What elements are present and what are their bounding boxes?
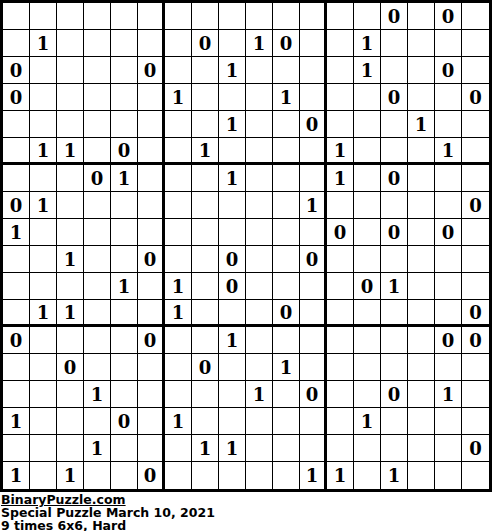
- cell-r2c3[interactable]: [57, 30, 84, 57]
- cell-r13c13[interactable]: [327, 327, 354, 354]
- cell-r11c11[interactable]: [273, 273, 300, 300]
- cell-r10c5[interactable]: [111, 246, 138, 273]
- cell-r12c4[interactable]: [84, 300, 111, 327]
- cell-r16c8[interactable]: [192, 408, 219, 435]
- cell-r4c8[interactable]: [192, 84, 219, 111]
- cell-r7c16[interactable]: [408, 165, 435, 192]
- cell-r2c15[interactable]: [381, 30, 408, 57]
- cell-r4c9[interactable]: [219, 84, 246, 111]
- cell-r5c13[interactable]: [327, 111, 354, 138]
- cell-r16c10[interactable]: [246, 408, 273, 435]
- cell-r18c8[interactable]: [192, 462, 219, 489]
- cell-r5c2[interactable]: [30, 111, 57, 138]
- cell-r16c7: 1: [165, 408, 192, 435]
- cell-r4c5[interactable]: [111, 84, 138, 111]
- cell-r3c12[interactable]: [300, 57, 327, 84]
- cell-r15c13[interactable]: [327, 381, 354, 408]
- cell-r12c15[interactable]: [381, 300, 408, 327]
- cell-r14c5[interactable]: [111, 354, 138, 381]
- cell-r7c6[interactable]: [138, 165, 165, 192]
- cell-r14c7[interactable]: [165, 354, 192, 381]
- cell-r18c12: 1: [300, 462, 327, 489]
- cell-r10c8[interactable]: [192, 246, 219, 273]
- cell-r3c3[interactable]: [57, 57, 84, 84]
- cell-r16c14: 1: [354, 408, 381, 435]
- cell-r9c15: 0: [381, 219, 408, 246]
- cell-r17c8: 1: [192, 435, 219, 462]
- cell-r5c1[interactable]: [3, 111, 30, 138]
- puzzle-board: 0010101001100110010111011101110011010001…: [0, 0, 492, 492]
- cell-r16c13[interactable]: [327, 408, 354, 435]
- cell-r5c18[interactable]: [462, 111, 489, 138]
- cell-r18c7[interactable]: [165, 462, 192, 489]
- cell-r3c2[interactable]: [30, 57, 57, 84]
- cell-r15c18[interactable]: [462, 381, 489, 408]
- cell-r17c1[interactable]: [3, 435, 30, 462]
- cell-r5c4[interactable]: [84, 111, 111, 138]
- cell-r15c6[interactable]: [138, 381, 165, 408]
- cell-r18c9[interactable]: [219, 462, 246, 489]
- cell-r7c10[interactable]: [246, 165, 273, 192]
- cell-r2c2: 1: [30, 30, 57, 57]
- cell-r14c18[interactable]: [462, 354, 489, 381]
- cell-r11c15: 1: [381, 273, 408, 300]
- cell-r5c8[interactable]: [192, 111, 219, 138]
- cell-r1c4[interactable]: [84, 3, 111, 30]
- cell-r10c2[interactable]: [30, 246, 57, 273]
- cell-r15c5[interactable]: [111, 381, 138, 408]
- cell-r1c8[interactable]: [192, 3, 219, 30]
- cell-r16c9[interactable]: [219, 408, 246, 435]
- cell-r3c13[interactable]: [327, 57, 354, 84]
- footer: BinaryPuzzle.com Special Puzzle March 10…: [0, 492, 493, 531]
- cell-r15c14[interactable]: [354, 381, 381, 408]
- cell-r1c13[interactable]: [327, 3, 354, 30]
- cell-r1c5[interactable]: [111, 3, 138, 30]
- cell-r5c14[interactable]: [354, 111, 381, 138]
- cell-r7c7[interactable]: [165, 165, 192, 192]
- cell-r8c3[interactable]: [57, 192, 84, 219]
- cell-r4c12[interactable]: [300, 84, 327, 111]
- cell-r12c6[interactable]: [138, 300, 165, 327]
- cell-r12c8[interactable]: [192, 300, 219, 327]
- cell-r1c18[interactable]: [462, 3, 489, 30]
- cell-r7c1[interactable]: [3, 165, 30, 192]
- cell-r9c6[interactable]: [138, 219, 165, 246]
- cell-r9c9[interactable]: [219, 219, 246, 246]
- cell-r10c4[interactable]: [84, 246, 111, 273]
- cell-r17c3[interactable]: [57, 435, 84, 462]
- cell-r14c12[interactable]: [300, 354, 327, 381]
- cell-r18c11[interactable]: [273, 462, 300, 489]
- cell-r9c3[interactable]: [57, 219, 84, 246]
- cell-r2c1[interactable]: [3, 30, 30, 57]
- cell-r2c5[interactable]: [111, 30, 138, 57]
- cell-r14c9[interactable]: [219, 354, 246, 381]
- cell-r11c6[interactable]: [138, 273, 165, 300]
- cell-r9c18[interactable]: [462, 219, 489, 246]
- cell-r14c6[interactable]: [138, 354, 165, 381]
- cell-r6c15[interactable]: [381, 138, 408, 165]
- cell-r10c14[interactable]: [354, 246, 381, 273]
- cell-r3c10[interactable]: [246, 57, 273, 84]
- cell-r15c4: 1: [84, 381, 111, 408]
- cell-r9c7[interactable]: [165, 219, 192, 246]
- cell-r17c6[interactable]: [138, 435, 165, 462]
- cell-r1c2[interactable]: [30, 3, 57, 30]
- cell-r14c17[interactable]: [435, 354, 462, 381]
- cell-r4c11: 1: [273, 84, 300, 111]
- cell-r11c18[interactable]: [462, 273, 489, 300]
- cell-r13c8[interactable]: [192, 327, 219, 354]
- cell-r10c1[interactable]: [3, 246, 30, 273]
- cell-r18c4[interactable]: [84, 462, 111, 489]
- cell-r5c3[interactable]: [57, 111, 84, 138]
- cell-r13c17: 0: [435, 327, 462, 354]
- cell-r13c14[interactable]: [354, 327, 381, 354]
- cell-r8c6[interactable]: [138, 192, 165, 219]
- cell-r8c16[interactable]: [408, 192, 435, 219]
- cell-r14c13[interactable]: [327, 354, 354, 381]
- cell-r6c12[interactable]: [300, 138, 327, 165]
- cell-r4c13[interactable]: [327, 84, 354, 111]
- cell-r8c11[interactable]: [273, 192, 300, 219]
- cell-r3c5[interactable]: [111, 57, 138, 84]
- cell-r3c11[interactable]: [273, 57, 300, 84]
- cell-r1c1[interactable]: [3, 3, 30, 30]
- cell-r18c14[interactable]: [354, 462, 381, 489]
- cell-r15c2[interactable]: [30, 381, 57, 408]
- cell-r10c10[interactable]: [246, 246, 273, 273]
- cell-r11c3[interactable]: [57, 273, 84, 300]
- cell-r15c7[interactable]: [165, 381, 192, 408]
- cell-r17c11[interactable]: [273, 435, 300, 462]
- cell-r16c1: 1: [3, 408, 30, 435]
- cell-r3c16[interactable]: [408, 57, 435, 84]
- cell-r3c15[interactable]: [381, 57, 408, 84]
- cell-r13c3[interactable]: [57, 327, 84, 354]
- cell-r16c18[interactable]: [462, 408, 489, 435]
- cell-r12c3: 1: [57, 300, 84, 327]
- cell-r5c16: 1: [408, 111, 435, 138]
- cell-r9c10[interactable]: [246, 219, 273, 246]
- cell-r6c13: 1: [327, 138, 354, 165]
- cell-r10c12: 0: [300, 246, 327, 273]
- cell-r17c16[interactable]: [408, 435, 435, 462]
- cell-r16c16[interactable]: [408, 408, 435, 435]
- cell-r15c10: 1: [246, 381, 273, 408]
- cell-r5c7[interactable]: [165, 111, 192, 138]
- cell-r3c4[interactable]: [84, 57, 111, 84]
- cell-r4c10[interactable]: [246, 84, 273, 111]
- cell-r7c2[interactable]: [30, 165, 57, 192]
- cell-r14c15[interactable]: [381, 354, 408, 381]
- cell-r16c6[interactable]: [138, 408, 165, 435]
- cell-r2c10: 1: [246, 30, 273, 57]
- cell-r17c9: 1: [219, 435, 246, 462]
- cell-r11c9: 0: [219, 273, 246, 300]
- cell-r10c13[interactable]: [327, 246, 354, 273]
- cell-r3c18[interactable]: [462, 57, 489, 84]
- cell-r10c9: 0: [219, 246, 246, 273]
- cell-r1c12[interactable]: [300, 3, 327, 30]
- cell-r9c8[interactable]: [192, 219, 219, 246]
- cell-r8c2: 1: [30, 192, 57, 219]
- cell-r1c3[interactable]: [57, 3, 84, 30]
- cell-r17c15[interactable]: [381, 435, 408, 462]
- cell-r1c9[interactable]: [219, 3, 246, 30]
- cell-r18c18[interactable]: [462, 462, 489, 489]
- cell-r6c7[interactable]: [165, 138, 192, 165]
- cell-r17c4: 1: [84, 435, 111, 462]
- cell-r1c15: 0: [381, 3, 408, 30]
- cell-r7c18[interactable]: [462, 165, 489, 192]
- cell-r3c17: 0: [435, 57, 462, 84]
- cell-r14c16[interactable]: [408, 354, 435, 381]
- cell-r2c12[interactable]: [300, 30, 327, 57]
- cell-r2c11: 0: [273, 30, 300, 57]
- cell-r18c17[interactable]: [435, 462, 462, 489]
- cell-r2c4[interactable]: [84, 30, 111, 57]
- cell-r18c2[interactable]: [30, 462, 57, 489]
- cell-r4c14[interactable]: [354, 84, 381, 111]
- cell-r7c3[interactable]: [57, 165, 84, 192]
- cell-r4c3[interactable]: [57, 84, 84, 111]
- cell-r18c10[interactable]: [246, 462, 273, 489]
- cell-r8c4[interactable]: [84, 192, 111, 219]
- cell-r3c14: 1: [354, 57, 381, 84]
- cell-r15c8[interactable]: [192, 381, 219, 408]
- cell-r13c15[interactable]: [381, 327, 408, 354]
- cell-r16c5: 0: [111, 408, 138, 435]
- cell-r6c11[interactable]: [273, 138, 300, 165]
- cell-r8c8[interactable]: [192, 192, 219, 219]
- cell-r1c11[interactable]: [273, 3, 300, 30]
- cell-r16c4[interactable]: [84, 408, 111, 435]
- cell-r12c1[interactable]: [3, 300, 30, 327]
- cell-r11c8[interactable]: [192, 273, 219, 300]
- cell-r4c15: 0: [381, 84, 408, 111]
- cell-r14c14[interactable]: [354, 354, 381, 381]
- cell-r16c2[interactable]: [30, 408, 57, 435]
- cell-r6c4[interactable]: [84, 138, 111, 165]
- cell-r17c10[interactable]: [246, 435, 273, 462]
- cell-r6c9[interactable]: [219, 138, 246, 165]
- cell-r6c10[interactable]: [246, 138, 273, 165]
- cell-r2c14: 1: [354, 30, 381, 57]
- cell-r14c8: 0: [192, 354, 219, 381]
- cell-r11c12[interactable]: [300, 273, 327, 300]
- cell-r16c3[interactable]: [57, 408, 84, 435]
- cell-r12c14[interactable]: [354, 300, 381, 327]
- cell-r7c14[interactable]: [354, 165, 381, 192]
- cell-r15c1[interactable]: [3, 381, 30, 408]
- cell-r11c13[interactable]: [327, 273, 354, 300]
- cell-r11c1[interactable]: [3, 273, 30, 300]
- cell-r5c9: 1: [219, 111, 246, 138]
- cell-r7c4: 0: [84, 165, 111, 192]
- puzzle-subtitle: 9 times 6x6, Hard: [1, 519, 493, 531]
- cell-r7c12[interactable]: [300, 165, 327, 192]
- cell-r2c7[interactable]: [165, 30, 192, 57]
- cell-r4c16[interactable]: [408, 84, 435, 111]
- cell-r10c17[interactable]: [435, 246, 462, 273]
- cell-r11c16[interactable]: [408, 273, 435, 300]
- cell-r10c15[interactable]: [381, 246, 408, 273]
- cell-r15c16[interactable]: [408, 381, 435, 408]
- cell-r2c6[interactable]: [138, 30, 165, 57]
- cell-r10c11[interactable]: [273, 246, 300, 273]
- cell-r6c14[interactable]: [354, 138, 381, 165]
- cell-r2c16[interactable]: [408, 30, 435, 57]
- cell-r14c11: 1: [273, 354, 300, 381]
- cell-r7c5: 1: [111, 165, 138, 192]
- cell-r6c2: 1: [30, 138, 57, 165]
- cell-r1c16[interactable]: [408, 3, 435, 30]
- cell-r13c5[interactable]: [111, 327, 138, 354]
- cell-r18c16[interactable]: [408, 462, 435, 489]
- cell-r5c15[interactable]: [381, 111, 408, 138]
- cell-r7c8[interactable]: [192, 165, 219, 192]
- cell-r13c2[interactable]: [30, 327, 57, 354]
- cell-r14c1[interactable]: [3, 354, 30, 381]
- cell-r12c16[interactable]: [408, 300, 435, 327]
- cell-r8c14[interactable]: [354, 192, 381, 219]
- cell-r1c6[interactable]: [138, 3, 165, 30]
- cell-r1c10[interactable]: [246, 3, 273, 30]
- cell-r13c11[interactable]: [273, 327, 300, 354]
- cell-r12c13[interactable]: [327, 300, 354, 327]
- cell-r9c14[interactable]: [354, 219, 381, 246]
- cell-r4c2[interactable]: [30, 84, 57, 111]
- cell-r13c6: 0: [138, 327, 165, 354]
- cell-r8c9[interactable]: [219, 192, 246, 219]
- cell-r17c7[interactable]: [165, 435, 192, 462]
- cell-r6c3: 1: [57, 138, 84, 165]
- cell-r9c4[interactable]: [84, 219, 111, 246]
- cell-r12c9[interactable]: [219, 300, 246, 327]
- cell-r9c11[interactable]: [273, 219, 300, 246]
- cell-r2c18[interactable]: [462, 30, 489, 57]
- cell-r9c12[interactable]: [300, 219, 327, 246]
- cell-r5c17[interactable]: [435, 111, 462, 138]
- cell-r6c6[interactable]: [138, 138, 165, 165]
- cell-r7c11[interactable]: [273, 165, 300, 192]
- cell-r16c11[interactable]: [273, 408, 300, 435]
- cell-r1c17: 0: [435, 3, 462, 30]
- cell-r4c4[interactable]: [84, 84, 111, 111]
- cell-r5c11[interactable]: [273, 111, 300, 138]
- cell-r9c5[interactable]: [111, 219, 138, 246]
- cell-r18c5[interactable]: [111, 462, 138, 489]
- cell-r14c2[interactable]: [30, 354, 57, 381]
- cell-r8c13[interactable]: [327, 192, 354, 219]
- cell-r8c5[interactable]: [111, 192, 138, 219]
- cell-r4c17[interactable]: [435, 84, 462, 111]
- cell-r12c10[interactable]: [246, 300, 273, 327]
- cell-r15c9[interactable]: [219, 381, 246, 408]
- cell-r7c17[interactable]: [435, 165, 462, 192]
- cell-r3c9: 1: [219, 57, 246, 84]
- cell-r1c7[interactable]: [165, 3, 192, 30]
- cell-r11c17[interactable]: [435, 273, 462, 300]
- cell-r4c1: 0: [3, 84, 30, 111]
- cell-r5c12: 0: [300, 111, 327, 138]
- cell-r13c7[interactable]: [165, 327, 192, 354]
- cell-r2c13[interactable]: [327, 30, 354, 57]
- cell-r5c6[interactable]: [138, 111, 165, 138]
- cell-r10c18[interactable]: [462, 246, 489, 273]
- cell-r12c7: 1: [165, 300, 192, 327]
- cell-r13c12[interactable]: [300, 327, 327, 354]
- cell-r17c5[interactable]: [111, 435, 138, 462]
- cell-r11c2[interactable]: [30, 273, 57, 300]
- cell-r8c15[interactable]: [381, 192, 408, 219]
- cell-r6c16[interactable]: [408, 138, 435, 165]
- cell-r8c18: 0: [462, 192, 489, 219]
- cell-r17c12[interactable]: [300, 435, 327, 462]
- cell-r15c3[interactable]: [57, 381, 84, 408]
- cell-r5c10[interactable]: [246, 111, 273, 138]
- cell-r17c13[interactable]: [327, 435, 354, 462]
- cell-r15c11[interactable]: [273, 381, 300, 408]
- cell-r11c5: 1: [111, 273, 138, 300]
- cell-r12c5[interactable]: [111, 300, 138, 327]
- cell-r17c14[interactable]: [354, 435, 381, 462]
- cell-r17c2[interactable]: [30, 435, 57, 462]
- cell-r13c16[interactable]: [408, 327, 435, 354]
- cell-r10c7[interactable]: [165, 246, 192, 273]
- cell-r16c12[interactable]: [300, 408, 327, 435]
- cell-r13c10[interactable]: [246, 327, 273, 354]
- cell-r15c15: 0: [381, 381, 408, 408]
- page: 0010101001100110010111011101110011010001…: [0, 0, 493, 531]
- cell-r9c2[interactable]: [30, 219, 57, 246]
- cell-r3c8[interactable]: [192, 57, 219, 84]
- cell-r8c17[interactable]: [435, 192, 462, 219]
- cell-r8c7[interactable]: [165, 192, 192, 219]
- cell-r11c4[interactable]: [84, 273, 111, 300]
- cell-r9c16[interactable]: [408, 219, 435, 246]
- cell-r4c6[interactable]: [138, 84, 165, 111]
- cell-r11c10[interactable]: [246, 273, 273, 300]
- cell-r1c14[interactable]: [354, 3, 381, 30]
- cell-r12c12[interactable]: [300, 300, 327, 327]
- cell-r2c17[interactable]: [435, 30, 462, 57]
- cell-r6c18[interactable]: [462, 138, 489, 165]
- cell-r10c16[interactable]: [408, 246, 435, 273]
- cell-r14c10[interactable]: [246, 354, 273, 381]
- cell-r2c9[interactable]: [219, 30, 246, 57]
- cell-r5c5[interactable]: [111, 111, 138, 138]
- cell-r17c17[interactable]: [435, 435, 462, 462]
- cell-r13c4[interactable]: [84, 327, 111, 354]
- cell-r14c4[interactable]: [84, 354, 111, 381]
- cell-r9c17: 0: [435, 219, 462, 246]
- cell-r12c17[interactable]: [435, 300, 462, 327]
- cell-r6c8: 1: [192, 138, 219, 165]
- cell-r8c10[interactable]: [246, 192, 273, 219]
- cell-r12c11: 0: [273, 300, 300, 327]
- cell-r9c1: 1: [3, 219, 30, 246]
- cell-r6c1[interactable]: [3, 138, 30, 165]
- cell-r3c7[interactable]: [165, 57, 192, 84]
- cell-r15c17: 1: [435, 381, 462, 408]
- cell-r17c18: 0: [462, 435, 489, 462]
- cell-r16c17[interactable]: [435, 408, 462, 435]
- cell-r3c6: 0: [138, 57, 165, 84]
- cell-r16c15[interactable]: [381, 408, 408, 435]
